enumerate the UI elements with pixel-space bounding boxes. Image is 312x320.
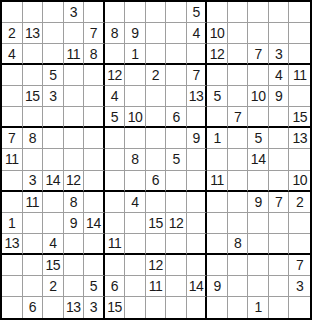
cell-r7c6-empty[interactable] <box>105 128 126 149</box>
cell-r15c7-empty[interactable] <box>125 297 146 318</box>
cell-r3c2-empty[interactable] <box>23 44 44 65</box>
cell-r11c6-empty[interactable] <box>105 213 126 234</box>
cell-r4c8-given[interactable]: 2 <box>146 65 167 86</box>
cell-r12c11-empty[interactable] <box>207 234 228 255</box>
cell-r11c7-empty[interactable] <box>125 213 146 234</box>
cell-r4c11-empty[interactable] <box>207 65 228 86</box>
cell-r12c15-empty[interactable] <box>289 234 310 255</box>
sudoku-board: 3521378941041181127351227411153413510951… <box>0 0 312 320</box>
cell-r6c15-given[interactable]: 15 <box>289 107 310 128</box>
cell-r5c1-empty[interactable] <box>2 86 23 107</box>
cell-r4c4-empty[interactable] <box>64 65 85 86</box>
cell-r10c11-empty[interactable] <box>207 192 228 213</box>
cell-r1c3-empty[interactable] <box>43 2 64 23</box>
sudoku-page: 3521378941041181127351227411153413510951… <box>0 0 312 320</box>
cell-r11c10-empty[interactable] <box>187 213 208 234</box>
cell-r15c14-empty[interactable] <box>269 297 290 318</box>
cell-r8c9-given[interactable]: 5 <box>166 149 187 170</box>
cell-r8c11-empty[interactable] <box>207 149 228 170</box>
cell-r12c6-given[interactable]: 11 <box>105 234 126 255</box>
cell-r10c15-given[interactable]: 2 <box>289 192 310 213</box>
cell-r11c1-given[interactable]: 1 <box>2 213 23 234</box>
cell-r6c4-empty[interactable] <box>64 107 85 128</box>
cell-r6c9-given[interactable]: 6 <box>166 107 187 128</box>
cell-r8c14-empty[interactable] <box>269 149 290 170</box>
cell-r7c3-empty[interactable] <box>43 128 64 149</box>
cell-r12c10-empty[interactable] <box>187 234 208 255</box>
cell-r2c7-given[interactable]: 9 <box>125 23 146 44</box>
cell-r1c11-empty[interactable] <box>207 2 228 23</box>
cell-r14c3-given[interactable]: 2 <box>43 276 64 297</box>
cell-r2c10-given[interactable]: 4 <box>187 23 208 44</box>
cell-r12c5-empty[interactable] <box>84 234 105 255</box>
cell-r14c14-empty[interactable] <box>269 276 290 297</box>
cell-r2c4-empty[interactable] <box>64 23 85 44</box>
cell-r11c13-empty[interactable] <box>248 213 269 234</box>
cell-r13c5-empty[interactable] <box>84 255 105 276</box>
cell-r11c14-empty[interactable] <box>269 213 290 234</box>
cell-r6c14-empty[interactable] <box>269 107 290 128</box>
cell-r2c2-given[interactable]: 13 <box>23 23 44 44</box>
cell-r15c10-empty[interactable] <box>187 297 208 318</box>
cell-r4c2-empty[interactable] <box>23 65 44 86</box>
cell-r11c5-given[interactable]: 14 <box>84 213 105 234</box>
cell-r12c8-empty[interactable] <box>146 234 167 255</box>
cell-r8c12-empty[interactable] <box>228 149 249 170</box>
cell-r13c14-empty[interactable] <box>269 255 290 276</box>
cell-r1c13-empty[interactable] <box>248 2 269 23</box>
cell-r7c9-empty[interactable] <box>166 128 187 149</box>
cell-r3c15-empty[interactable] <box>289 44 310 65</box>
cell-r5c2-given[interactable]: 15 <box>23 86 44 107</box>
cell-r9c9-empty[interactable] <box>166 171 187 192</box>
cell-r7c15-given[interactable]: 13 <box>289 128 310 149</box>
cell-r2c6-given[interactable]: 8 <box>105 23 126 44</box>
cell-r10c13-given[interactable]: 9 <box>248 192 269 213</box>
cell-r3c3-empty[interactable] <box>43 44 64 65</box>
cell-r8c4-empty[interactable] <box>64 149 85 170</box>
cell-r8c2-empty[interactable] <box>23 149 44 170</box>
cell-r3c13-given[interactable]: 7 <box>248 44 269 65</box>
cell-r3c1-given[interactable]: 4 <box>2 44 23 65</box>
cell-r15c6-given[interactable]: 15 <box>105 297 126 318</box>
cell-r1c15-empty[interactable] <box>289 2 310 23</box>
cell-r10c5-empty[interactable] <box>84 192 105 213</box>
cell-r13c13-empty[interactable] <box>248 255 269 276</box>
cell-r11c9-given[interactable]: 12 <box>166 213 187 234</box>
cell-r5c3-given[interactable]: 3 <box>43 86 64 107</box>
cell-r6c10-empty[interactable] <box>187 107 208 128</box>
cell-r9c12-empty[interactable] <box>228 171 249 192</box>
cell-r14c13-empty[interactable] <box>248 276 269 297</box>
cell-r14c2-empty[interactable] <box>23 276 44 297</box>
cell-r7c14-empty[interactable] <box>269 128 290 149</box>
cell-r1c7-empty[interactable] <box>125 2 146 23</box>
cell-r11c3-empty[interactable] <box>43 213 64 234</box>
cell-r12c1-given[interactable]: 13 <box>2 234 23 255</box>
cell-r9c4-given[interactable]: 12 <box>64 171 85 192</box>
cell-r4c14-given[interactable]: 4 <box>269 65 290 86</box>
cell-r2c1-given[interactable]: 2 <box>2 23 23 44</box>
cell-r9c10-empty[interactable] <box>187 171 208 192</box>
cell-r10c8-empty[interactable] <box>146 192 167 213</box>
cell-r5c12-empty[interactable] <box>228 86 249 107</box>
cell-r4c12-empty[interactable] <box>228 65 249 86</box>
cell-r1c2-empty[interactable] <box>23 2 44 23</box>
cell-r13c9-empty[interactable] <box>166 255 187 276</box>
cell-r14c6-given[interactable]: 6 <box>105 276 126 297</box>
cell-r15c12-empty[interactable] <box>228 297 249 318</box>
cell-r1c1-empty[interactable] <box>2 2 23 23</box>
cell-r12c2-empty[interactable] <box>23 234 44 255</box>
cell-r1c14-empty[interactable] <box>269 2 290 23</box>
cell-r2c12-empty[interactable] <box>228 23 249 44</box>
cell-r3c12-empty[interactable] <box>228 44 249 65</box>
cell-r14c1-empty[interactable] <box>2 276 23 297</box>
cell-r6c13-empty[interactable] <box>248 107 269 128</box>
cell-r9c3-given[interactable]: 14 <box>43 171 64 192</box>
cell-r7c1-given[interactable]: 7 <box>2 128 23 149</box>
cell-r13c12-empty[interactable] <box>228 255 249 276</box>
cell-r3c8-empty[interactable] <box>146 44 167 65</box>
cell-r5c11-given[interactable]: 5 <box>207 86 228 107</box>
cell-r2c5-given[interactable]: 7 <box>84 23 105 44</box>
cell-r9c13-empty[interactable] <box>248 171 269 192</box>
cell-r2c11-given[interactable]: 10 <box>207 23 228 44</box>
cell-r11c4-given[interactable]: 9 <box>64 213 85 234</box>
cell-r12c12-given[interactable]: 8 <box>228 234 249 255</box>
cell-r11c12-empty[interactable] <box>228 213 249 234</box>
cell-r4c1-empty[interactable] <box>2 65 23 86</box>
cell-r13c1-empty[interactable] <box>2 255 23 276</box>
cell-r7c2-given[interactable]: 8 <box>23 128 44 149</box>
cell-r5c7-empty[interactable] <box>125 86 146 107</box>
cell-r9c15-given[interactable]: 10 <box>289 171 310 192</box>
cell-r5c8-empty[interactable] <box>146 86 167 107</box>
cell-r13c7-empty[interactable] <box>125 255 146 276</box>
cell-r7c10-given[interactable]: 9 <box>187 128 208 149</box>
cell-r6c8-empty[interactable] <box>146 107 167 128</box>
cell-r14c12-empty[interactable] <box>228 276 249 297</box>
cell-r12c9-empty[interactable] <box>166 234 187 255</box>
cell-r3c10-empty[interactable] <box>187 44 208 65</box>
cell-r13c10-empty[interactable] <box>187 255 208 276</box>
cell-r11c2-empty[interactable] <box>23 213 44 234</box>
cell-r5c14-given[interactable]: 9 <box>269 86 290 107</box>
cell-r14c10-given[interactable]: 14 <box>187 276 208 297</box>
cell-r4c9-empty[interactable] <box>166 65 187 86</box>
cell-r1c8-empty[interactable] <box>146 2 167 23</box>
cell-r1c6-empty[interactable] <box>105 2 126 23</box>
cell-r15c5-given[interactable]: 3 <box>84 297 105 318</box>
cell-r15c1-empty[interactable] <box>2 297 23 318</box>
cell-r8c6-empty[interactable] <box>105 149 126 170</box>
cell-r10c2-given[interactable]: 11 <box>23 192 44 213</box>
cell-r10c1-empty[interactable] <box>2 192 23 213</box>
cell-r9c5-empty[interactable] <box>84 171 105 192</box>
cell-r4c15-given[interactable]: 11 <box>289 65 310 86</box>
cell-r7c11-given[interactable]: 1 <box>207 128 228 149</box>
cell-r11c8-given[interactable]: 15 <box>146 213 167 234</box>
cell-r15c4-given[interactable]: 13 <box>64 297 85 318</box>
cell-r6c7-given[interactable]: 10 <box>125 107 146 128</box>
cell-r3c7-given[interactable]: 1 <box>125 44 146 65</box>
cell-r13c15-given[interactable]: 7 <box>289 255 310 276</box>
cell-r14c8-given[interactable]: 11 <box>146 276 167 297</box>
cell-r9c14-empty[interactable] <box>269 171 290 192</box>
cell-r7c7-empty[interactable] <box>125 128 146 149</box>
cell-r5c4-empty[interactable] <box>64 86 85 107</box>
cell-r6c1-empty[interactable] <box>2 107 23 128</box>
cell-r6c12-given[interactable]: 7 <box>228 107 249 128</box>
cell-r12c13-empty[interactable] <box>248 234 269 255</box>
cell-r10c14-given[interactable]: 7 <box>269 192 290 213</box>
cell-r12c3-given[interactable]: 4 <box>43 234 64 255</box>
cell-r3c5-given[interactable]: 8 <box>84 44 105 65</box>
cell-r14c5-given[interactable]: 5 <box>84 276 105 297</box>
cell-r12c7-empty[interactable] <box>125 234 146 255</box>
cell-r6c6-given[interactable]: 5 <box>105 107 126 128</box>
cell-r5c10-given[interactable]: 13 <box>187 86 208 107</box>
cell-r14c15-given[interactable]: 3 <box>289 276 310 297</box>
cell-r6c2-empty[interactable] <box>23 107 44 128</box>
cell-r12c14-empty[interactable] <box>269 234 290 255</box>
cell-r4c13-empty[interactable] <box>248 65 269 86</box>
cell-r10c12-empty[interactable] <box>228 192 249 213</box>
cell-r15c15-empty[interactable] <box>289 297 310 318</box>
cell-r13c11-empty[interactable] <box>207 255 228 276</box>
cell-r2c9-empty[interactable] <box>166 23 187 44</box>
cell-r3c6-empty[interactable] <box>105 44 126 65</box>
cell-r3c9-empty[interactable] <box>166 44 187 65</box>
cell-r14c7-empty[interactable] <box>125 276 146 297</box>
cell-r8c7-given[interactable]: 8 <box>125 149 146 170</box>
cell-r14c11-given[interactable]: 9 <box>207 276 228 297</box>
cell-r6c3-empty[interactable] <box>43 107 64 128</box>
cell-r13c4-empty[interactable] <box>64 255 85 276</box>
cell-r10c6-empty[interactable] <box>105 192 126 213</box>
cell-r8c15-empty[interactable] <box>289 149 310 170</box>
cell-r15c2-given[interactable]: 6 <box>23 297 44 318</box>
cell-r4c3-given[interactable]: 5 <box>43 65 64 86</box>
cell-r15c3-empty[interactable] <box>43 297 64 318</box>
cell-r15c8-empty[interactable] <box>146 297 167 318</box>
cell-r8c10-empty[interactable] <box>187 149 208 170</box>
cell-r15c13-given[interactable]: 1 <box>248 297 269 318</box>
cell-r9c2-given[interactable]: 3 <box>23 171 44 192</box>
cell-r13c6-empty[interactable] <box>105 255 126 276</box>
cell-r9c7-empty[interactable] <box>125 171 146 192</box>
cell-r14c9-empty[interactable] <box>166 276 187 297</box>
cell-r9c8-given[interactable]: 6 <box>146 171 167 192</box>
cell-r8c13-given[interactable]: 14 <box>248 149 269 170</box>
cell-r7c5-empty[interactable] <box>84 128 105 149</box>
cell-r7c13-given[interactable]: 5 <box>248 128 269 149</box>
cell-r1c4-given[interactable]: 3 <box>64 2 85 23</box>
cell-r10c3-empty[interactable] <box>43 192 64 213</box>
cell-r9c6-empty[interactable] <box>105 171 126 192</box>
cell-r2c13-empty[interactable] <box>248 23 269 44</box>
cell-r2c14-empty[interactable] <box>269 23 290 44</box>
cell-r8c8-empty[interactable] <box>146 149 167 170</box>
cell-r3c11-given[interactable]: 12 <box>207 44 228 65</box>
cell-r6c11-empty[interactable] <box>207 107 228 128</box>
cell-r13c2-empty[interactable] <box>23 255 44 276</box>
cell-r4c5-empty[interactable] <box>84 65 105 86</box>
cell-r7c12-empty[interactable] <box>228 128 249 149</box>
cell-r4c7-empty[interactable] <box>125 65 146 86</box>
cell-r10c10-empty[interactable] <box>187 192 208 213</box>
cell-r10c7-given[interactable]: 4 <box>125 192 146 213</box>
cell-r8c5-empty[interactable] <box>84 149 105 170</box>
cell-r4c10-given[interactable]: 7 <box>187 65 208 86</box>
cell-r8c1-given[interactable]: 11 <box>2 149 23 170</box>
cell-r1c12-empty[interactable] <box>228 2 249 23</box>
cell-r12c4-empty[interactable] <box>64 234 85 255</box>
cell-r5c5-empty[interactable] <box>84 86 105 107</box>
cell-r11c11-empty[interactable] <box>207 213 228 234</box>
cell-r15c9-empty[interactable] <box>166 297 187 318</box>
cell-r1c10-given[interactable]: 5 <box>187 2 208 23</box>
cell-r7c8-empty[interactable] <box>146 128 167 149</box>
cell-r7c4-empty[interactable] <box>64 128 85 149</box>
cell-r2c3-empty[interactable] <box>43 23 64 44</box>
cell-r3c14-given[interactable]: 3 <box>269 44 290 65</box>
cell-r14c4-empty[interactable] <box>64 276 85 297</box>
cell-r2c8-empty[interactable] <box>146 23 167 44</box>
cell-r9c11-given[interactable]: 11 <box>207 171 228 192</box>
cell-r4c6-given[interactable]: 12 <box>105 65 126 86</box>
cell-r3c4-given[interactable]: 11 <box>64 44 85 65</box>
cell-r11c15-empty[interactable] <box>289 213 310 234</box>
cell-r8c3-empty[interactable] <box>43 149 64 170</box>
cell-r10c4-given[interactable]: 8 <box>64 192 85 213</box>
cell-r6c5-empty[interactable] <box>84 107 105 128</box>
cell-r10c9-empty[interactable] <box>166 192 187 213</box>
cell-r13c3-given[interactable]: 15 <box>43 255 64 276</box>
cell-r1c9-empty[interactable] <box>166 2 187 23</box>
cell-r5c13-given[interactable]: 10 <box>248 86 269 107</box>
cell-r2c15-empty[interactable] <box>289 23 310 44</box>
cell-r9c1-empty[interactable] <box>2 171 23 192</box>
cell-r5c9-empty[interactable] <box>166 86 187 107</box>
cell-r5c15-empty[interactable] <box>289 86 310 107</box>
cell-r15c11-empty[interactable] <box>207 297 228 318</box>
cell-r5c6-given[interactable]: 4 <box>105 86 126 107</box>
cell-r13c8-given[interactable]: 12 <box>146 255 167 276</box>
cell-r1c5-empty[interactable] <box>84 2 105 23</box>
